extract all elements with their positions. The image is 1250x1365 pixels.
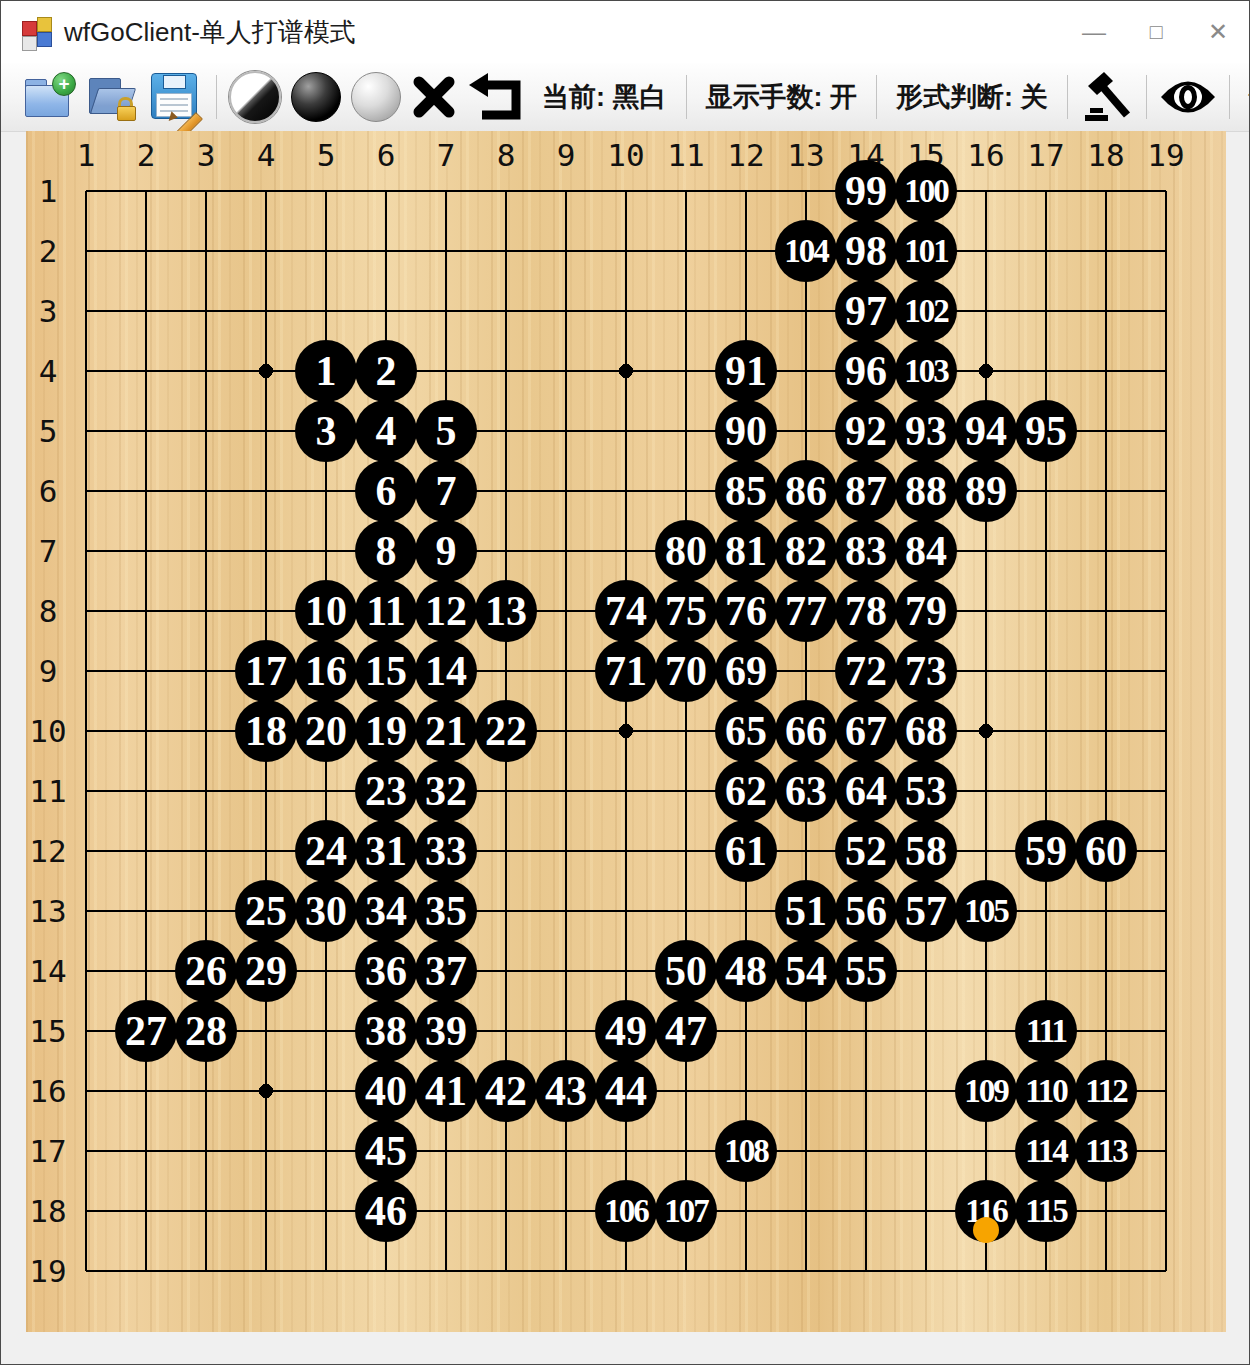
col-label: 9 — [557, 137, 576, 173]
stone-79: 79 — [895, 580, 957, 642]
stone-20: 20 — [295, 700, 357, 762]
stone-64: 64 — [835, 760, 897, 822]
white-stone-button[interactable] — [346, 69, 406, 125]
col-label: 18 — [1087, 137, 1124, 173]
stone-51: 51 — [775, 880, 837, 942]
stone-72: 72 — [835, 640, 897, 702]
stone-24: 24 — [295, 820, 357, 882]
stone-25: 25 — [235, 880, 297, 942]
stone-27: 27 — [115, 1000, 177, 1062]
stone-55: 55 — [835, 940, 897, 1002]
stone-101: 101 — [895, 220, 957, 282]
shape-judgement-toggle[interactable]: 形式判断: 关 — [884, 79, 1060, 115]
stone-29: 29 — [235, 940, 297, 1002]
star-point — [259, 364, 273, 378]
col-label: 8 — [497, 137, 516, 173]
stone-41: 41 — [415, 1060, 477, 1122]
stone-40: 40 — [355, 1060, 417, 1122]
stone-78: 78 — [835, 580, 897, 642]
stone-67: 67 — [835, 700, 897, 762]
col-label: 5 — [317, 137, 336, 173]
stone-22: 22 — [475, 700, 537, 762]
stone-32: 32 — [415, 760, 477, 822]
star-point — [259, 1084, 273, 1098]
row-label: 10 — [29, 713, 66, 749]
col-label: 7 — [437, 137, 456, 173]
show-move-numbers-toggle[interactable]: 显示手数: 开 — [694, 79, 870, 115]
pass-zero-button[interactable] — [1154, 69, 1222, 125]
stone-95: 95 — [1015, 400, 1077, 462]
stone-56: 56 — [835, 880, 897, 942]
stone-85: 85 — [715, 460, 777, 522]
both-colors-button[interactable] — [224, 69, 286, 125]
black-stone-button[interactable] — [286, 69, 346, 125]
row-label: 19 — [29, 1253, 66, 1289]
new-record-button[interactable]: + — [19, 69, 81, 125]
stone-62: 62 — [715, 760, 777, 822]
stone-96: 96 — [835, 340, 897, 402]
save-record-button[interactable] — [145, 69, 209, 125]
stone-10: 10 — [295, 580, 357, 642]
toolbar: + — [1, 63, 1249, 132]
stone-58: 58 — [895, 820, 957, 882]
stone-2: 2 — [355, 340, 417, 402]
white-stone-icon — [351, 72, 401, 122]
window-controls: — □ ✕ — [1063, 1, 1249, 63]
save-floppy-pencil-icon — [150, 71, 204, 123]
stone-17: 17 — [235, 640, 297, 702]
stone-31: 31 — [355, 820, 417, 882]
stone-112: 112 — [1075, 1060, 1137, 1122]
row-label: 9 — [39, 653, 58, 689]
stone-103: 103 — [895, 340, 957, 402]
col-label: 2 — [137, 137, 156, 173]
row-label: 18 — [29, 1193, 66, 1229]
stone-84: 84 — [895, 520, 957, 582]
stone-102: 102 — [895, 280, 957, 342]
stone-89: 89 — [955, 460, 1017, 522]
row-label: 3 — [39, 293, 58, 329]
stone-104: 104 — [775, 220, 837, 282]
stone-53: 53 — [895, 760, 957, 822]
stone-106: 106 — [595, 1180, 657, 1242]
stone-86: 86 — [775, 460, 837, 522]
stone-80: 80 — [655, 520, 717, 582]
row-label: 7 — [39, 533, 58, 569]
stone-88: 88 — [895, 460, 957, 522]
row-label: 1 — [39, 173, 58, 209]
stone-45: 45 — [355, 1120, 417, 1182]
row-label: 8 — [39, 593, 58, 629]
stone-54: 54 — [775, 940, 837, 1002]
stone-69: 69 — [715, 640, 777, 702]
toolbar-separator — [216, 75, 217, 119]
stone-70: 70 — [655, 640, 717, 702]
stone-115: 115 — [1015, 1180, 1077, 1242]
judge-button[interactable] — [1075, 69, 1139, 125]
black-stone-icon — [291, 72, 341, 122]
star-point — [619, 724, 633, 738]
stone-49: 49 — [595, 1000, 657, 1062]
stone-33: 33 — [415, 820, 477, 882]
stone-44: 44 — [595, 1060, 657, 1122]
row-label: 16 — [29, 1073, 66, 1109]
col-label: 19 — [1147, 137, 1184, 173]
stone-30: 30 — [295, 880, 357, 942]
star-point — [979, 724, 993, 738]
delete-move-button[interactable] — [406, 69, 462, 125]
stone-1: 1 — [295, 340, 357, 402]
stone-37: 37 — [415, 940, 477, 1002]
stone-81: 81 — [715, 520, 777, 582]
stone-76: 76 — [715, 580, 777, 642]
stone-110: 110 — [1015, 1060, 1077, 1122]
col-label: 1 — [77, 137, 96, 173]
stone-3: 3 — [295, 400, 357, 462]
stone-16: 16 — [295, 640, 357, 702]
stone-9: 9 — [415, 520, 477, 582]
stone-12: 12 — [415, 580, 477, 642]
stone-13: 13 — [475, 580, 537, 642]
open-record-button[interactable] — [81, 69, 145, 125]
stone-108: 108 — [715, 1120, 777, 1182]
col-label: 10 — [607, 137, 644, 173]
zero-badge — [1181, 88, 1194, 107]
stone-99: 99 — [835, 160, 897, 222]
stone-21: 21 — [415, 700, 477, 762]
app-window: wfGoClient-单人打谱模式 — □ ✕ + — [0, 0, 1250, 1365]
row-label: 6 — [39, 473, 58, 509]
board-panel[interactable]: 1234567891011121314151617181912345678910… — [26, 131, 1226, 1332]
col-label: 12 — [727, 137, 764, 173]
stone-87: 87 — [835, 460, 897, 522]
stone-109: 109 — [955, 1060, 1017, 1122]
stone-63: 63 — [775, 760, 837, 822]
stone-47: 47 — [655, 1000, 717, 1062]
stone-66: 66 — [775, 700, 837, 762]
current-color-status: 当前: 黑白 — [530, 79, 679, 115]
stone-100: 100 — [895, 160, 957, 222]
col-label: 4 — [257, 137, 276, 173]
stone-18: 18 — [235, 700, 297, 762]
col-label: 13 — [787, 137, 824, 173]
row-label: 15 — [29, 1013, 66, 1049]
stone-83: 83 — [835, 520, 897, 582]
stone-48: 48 — [715, 940, 777, 1002]
stone-60: 60 — [1075, 820, 1137, 882]
half-black-white-stone-icon — [229, 71, 281, 123]
row-label: 2 — [39, 233, 58, 269]
toolbar-separator — [1146, 75, 1147, 119]
row-label: 4 — [39, 353, 58, 389]
stone-8: 8 — [355, 520, 417, 582]
stone-7: 7 — [415, 460, 477, 522]
stone-26: 26 — [175, 940, 237, 1002]
stone-91: 91 — [715, 340, 777, 402]
stone-42: 42 — [475, 1060, 537, 1122]
col-label: 16 — [967, 137, 1004, 173]
stone-105: 105 — [955, 880, 1017, 942]
stone-59: 59 — [1015, 820, 1077, 882]
minimize-button[interactable]: — — [1063, 1, 1125, 63]
stone-71: 71 — [595, 640, 657, 702]
stone-98: 98 — [835, 220, 897, 282]
stone-38: 38 — [355, 1000, 417, 1062]
row-label: 13 — [29, 893, 66, 929]
toolbar-separator — [876, 75, 877, 119]
stone-52: 52 — [835, 820, 897, 882]
row-label: 14 — [29, 953, 66, 989]
stone-50: 50 — [655, 940, 717, 1002]
row-label: 17 — [29, 1133, 66, 1169]
toolbar-separator — [686, 75, 687, 119]
stone-23: 23 — [355, 760, 417, 822]
stone-14: 14 — [415, 640, 477, 702]
stone-46: 46 — [355, 1180, 417, 1242]
stone-107: 107 — [655, 1180, 717, 1242]
open-folder-lock-icon — [86, 72, 140, 122]
stone-111: 111 — [1015, 1000, 1077, 1062]
stone-61: 61 — [715, 820, 777, 882]
stone-4: 4 — [355, 400, 417, 462]
app-icon[interactable] — [22, 17, 52, 47]
window-title: wfGoClient-单人打谱模式 — [64, 15, 356, 50]
row-label: 12 — [29, 833, 66, 869]
toolbar-separator — [1229, 75, 1230, 119]
stone-39: 39 — [415, 1000, 477, 1062]
stone-57: 57 — [895, 880, 957, 942]
stone-113: 113 — [1075, 1120, 1137, 1182]
stone-6: 6 — [355, 460, 417, 522]
x-delete-icon — [411, 72, 457, 122]
gavel-icon — [1080, 70, 1134, 124]
stone-5: 5 — [415, 400, 477, 462]
stone-82: 82 — [775, 520, 837, 582]
stone-92: 92 — [835, 400, 897, 462]
undo-arrow-icon — [467, 72, 525, 122]
stone-28: 28 — [175, 1000, 237, 1062]
star-point — [979, 364, 993, 378]
col-label: 11 — [667, 137, 704, 173]
toolbar-separator — [1067, 75, 1068, 119]
stone-11: 11 — [355, 580, 417, 642]
stone-19: 19 — [355, 700, 417, 762]
stone-15: 15 — [355, 640, 417, 702]
stone-97: 97 — [835, 280, 897, 342]
new-folder-plus-icon: + — [24, 72, 76, 122]
stone-35: 35 — [415, 880, 477, 942]
close-button[interactable]: ✕ — [1187, 1, 1249, 63]
col-label: 3 — [197, 137, 216, 173]
zero-eye-icon — [1159, 74, 1217, 120]
stone-65: 65 — [715, 700, 777, 762]
row-label: 11 — [29, 773, 66, 809]
last-move-marker — [973, 1217, 999, 1243]
stone-77: 77 — [775, 580, 837, 642]
stone-94: 94 — [955, 400, 1017, 462]
star-point — [619, 364, 633, 378]
stone-75: 75 — [655, 580, 717, 642]
stone-73: 73 — [895, 640, 957, 702]
col-label: 17 — [1027, 137, 1064, 173]
stone-34: 34 — [355, 880, 417, 942]
title-bar: wfGoClient-单人打谱模式 — □ ✕ — [1, 1, 1249, 63]
stone-36: 36 — [355, 940, 417, 1002]
stone-93: 93 — [895, 400, 957, 462]
row-label: 5 — [39, 413, 58, 449]
stone-74: 74 — [595, 580, 657, 642]
maximize-button[interactable]: □ — [1125, 1, 1187, 63]
stone-43: 43 — [535, 1060, 597, 1122]
undo-button[interactable] — [462, 69, 530, 125]
stone-68: 68 — [895, 700, 957, 762]
col-label: 6 — [377, 137, 396, 173]
liberties-status: 气: 4 — [1237, 79, 1250, 115]
stone-90: 90 — [715, 400, 777, 462]
stone-114: 114 — [1015, 1120, 1077, 1182]
